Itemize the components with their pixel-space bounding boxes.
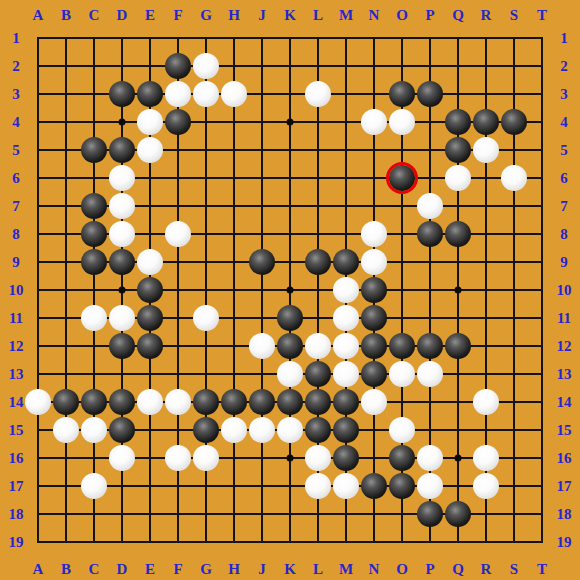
column-label-top: B bbox=[61, 8, 71, 23]
column-label-bottom: O bbox=[396, 562, 408, 577]
column-label-bottom: N bbox=[369, 562, 380, 577]
stone-black bbox=[417, 501, 443, 527]
stone-black bbox=[333, 445, 359, 471]
stone-white bbox=[109, 221, 135, 247]
row-label-left: 19 bbox=[9, 535, 24, 550]
row-label-left: 4 bbox=[12, 115, 20, 130]
stone-white bbox=[333, 473, 359, 499]
stone-black bbox=[305, 249, 331, 275]
row-label-left: 2 bbox=[12, 59, 20, 74]
stone-white bbox=[417, 473, 443, 499]
column-label-top: G bbox=[200, 8, 212, 23]
row-label-right: 12 bbox=[557, 339, 572, 354]
column-label-bottom: B bbox=[61, 562, 71, 577]
column-label-bottom: H bbox=[228, 562, 240, 577]
column-label-top: K bbox=[284, 8, 296, 23]
stone-white bbox=[277, 361, 303, 387]
stone-black bbox=[445, 501, 471, 527]
stone-black bbox=[277, 389, 303, 415]
go-board[interactable]: AABBCCDDEEFFGGHHJJKKLLMMNNOOPPQQRRSSTT11… bbox=[0, 0, 580, 580]
stone-black bbox=[109, 137, 135, 163]
stone-white bbox=[221, 81, 247, 107]
stone-white bbox=[333, 277, 359, 303]
stone-white bbox=[193, 53, 219, 79]
column-label-top: H bbox=[228, 8, 240, 23]
row-label-left: 12 bbox=[9, 339, 24, 354]
stone-black bbox=[109, 81, 135, 107]
row-label-left: 8 bbox=[12, 227, 20, 242]
row-label-right: 5 bbox=[560, 143, 568, 158]
column-label-top: R bbox=[481, 8, 492, 23]
column-label-bottom: J bbox=[258, 562, 266, 577]
stone-white bbox=[305, 81, 331, 107]
stone-white bbox=[305, 333, 331, 359]
row-label-left: 5 bbox=[12, 143, 20, 158]
stone-white bbox=[137, 137, 163, 163]
stone-white bbox=[25, 389, 51, 415]
column-label-top: L bbox=[313, 8, 323, 23]
stone-black bbox=[53, 389, 79, 415]
column-label-bottom: F bbox=[173, 562, 182, 577]
column-label-bottom: T bbox=[537, 562, 547, 577]
stone-white bbox=[249, 417, 275, 443]
stone-white bbox=[333, 305, 359, 331]
stone-white bbox=[53, 417, 79, 443]
stone-white bbox=[277, 417, 303, 443]
stone-white bbox=[109, 165, 135, 191]
column-label-bottom: A bbox=[33, 562, 44, 577]
stone-white bbox=[193, 81, 219, 107]
stone-black bbox=[361, 333, 387, 359]
stone-black bbox=[81, 221, 107, 247]
stone-white bbox=[417, 193, 443, 219]
stone-white bbox=[361, 249, 387, 275]
row-label-left: 17 bbox=[9, 479, 24, 494]
row-label-left: 7 bbox=[12, 199, 20, 214]
column-label-top: O bbox=[396, 8, 408, 23]
stone-white bbox=[473, 137, 499, 163]
stone-white bbox=[501, 165, 527, 191]
row-label-left: 16 bbox=[9, 451, 24, 466]
stone-black bbox=[165, 109, 191, 135]
stone-black bbox=[417, 221, 443, 247]
column-label-bottom: G bbox=[200, 562, 212, 577]
stone-black bbox=[81, 137, 107, 163]
stone-black bbox=[445, 333, 471, 359]
stone-white bbox=[109, 305, 135, 331]
column-label-bottom: K bbox=[284, 562, 296, 577]
stone-black bbox=[277, 305, 303, 331]
stone-white bbox=[137, 109, 163, 135]
stone-black bbox=[193, 417, 219, 443]
stone-black bbox=[361, 305, 387, 331]
row-label-right: 18 bbox=[557, 507, 572, 522]
stone-black bbox=[249, 389, 275, 415]
column-label-top: E bbox=[145, 8, 155, 23]
stone-black bbox=[109, 333, 135, 359]
stone-white bbox=[249, 333, 275, 359]
stone-black bbox=[277, 333, 303, 359]
stone-black bbox=[81, 389, 107, 415]
stone-white bbox=[305, 445, 331, 471]
stone-white bbox=[165, 445, 191, 471]
column-label-top: M bbox=[339, 8, 353, 23]
row-label-right: 2 bbox=[560, 59, 568, 74]
row-label-left: 1 bbox=[12, 31, 20, 46]
row-label-right: 8 bbox=[560, 227, 568, 242]
stone-white bbox=[165, 81, 191, 107]
column-label-top: F bbox=[173, 8, 182, 23]
stone-black bbox=[109, 249, 135, 275]
stone-white bbox=[389, 361, 415, 387]
stone-white bbox=[473, 473, 499, 499]
stone-black bbox=[137, 305, 163, 331]
star-point bbox=[287, 455, 294, 462]
stone-white bbox=[81, 473, 107, 499]
stone-white bbox=[417, 361, 443, 387]
row-label-right: 15 bbox=[557, 423, 572, 438]
row-label-left: 15 bbox=[9, 423, 24, 438]
stone-black bbox=[333, 249, 359, 275]
stone-black bbox=[445, 221, 471, 247]
row-label-left: 3 bbox=[12, 87, 20, 102]
row-label-left: 18 bbox=[9, 507, 24, 522]
row-label-left: 13 bbox=[9, 367, 24, 382]
star-point bbox=[455, 287, 462, 294]
row-label-left: 11 bbox=[9, 311, 23, 326]
stone-white bbox=[417, 445, 443, 471]
column-label-bottom: Q bbox=[452, 562, 464, 577]
column-label-top: J bbox=[258, 8, 266, 23]
stone-white bbox=[389, 417, 415, 443]
stone-white bbox=[165, 221, 191, 247]
star-point bbox=[287, 119, 294, 126]
stone-white bbox=[473, 389, 499, 415]
stone-black bbox=[361, 473, 387, 499]
stone-white bbox=[221, 417, 247, 443]
column-label-bottom: L bbox=[313, 562, 323, 577]
stone-black bbox=[389, 81, 415, 107]
stone-white bbox=[137, 249, 163, 275]
stone-white bbox=[361, 221, 387, 247]
column-label-top: A bbox=[33, 8, 44, 23]
stone-black bbox=[221, 389, 247, 415]
stone-white bbox=[361, 109, 387, 135]
stone-black bbox=[137, 333, 163, 359]
stone-black bbox=[361, 277, 387, 303]
column-label-bottom: P bbox=[425, 562, 434, 577]
stone-white bbox=[193, 445, 219, 471]
stone-black bbox=[305, 361, 331, 387]
column-label-top: S bbox=[510, 8, 518, 23]
stone-black bbox=[109, 389, 135, 415]
stone-white bbox=[109, 445, 135, 471]
row-label-right: 14 bbox=[557, 395, 572, 410]
stone-black bbox=[389, 473, 415, 499]
star-point bbox=[119, 119, 126, 126]
stone-white bbox=[305, 473, 331, 499]
stone-black bbox=[305, 389, 331, 415]
stone-black bbox=[417, 81, 443, 107]
star-point bbox=[455, 455, 462, 462]
row-label-right: 17 bbox=[557, 479, 572, 494]
stone-white bbox=[333, 333, 359, 359]
stone-black bbox=[81, 249, 107, 275]
row-label-right: 16 bbox=[557, 451, 572, 466]
star-point bbox=[119, 287, 126, 294]
column-label-top: Q bbox=[452, 8, 464, 23]
stone-black bbox=[165, 53, 191, 79]
row-label-left: 10 bbox=[9, 283, 24, 298]
row-label-left: 6 bbox=[12, 171, 20, 186]
stone-black bbox=[109, 417, 135, 443]
row-label-right: 4 bbox=[560, 115, 568, 130]
stone-white bbox=[333, 361, 359, 387]
stone-black bbox=[249, 249, 275, 275]
column-label-bottom: E bbox=[145, 562, 155, 577]
row-label-right: 19 bbox=[557, 535, 572, 550]
column-label-top: D bbox=[117, 8, 128, 23]
column-label-top: C bbox=[89, 8, 100, 23]
stone-black bbox=[417, 333, 443, 359]
stone-black bbox=[81, 193, 107, 219]
column-label-top: T bbox=[537, 8, 547, 23]
column-label-bottom: D bbox=[117, 562, 128, 577]
stone-black bbox=[137, 277, 163, 303]
column-label-top: N bbox=[369, 8, 380, 23]
star-point bbox=[287, 287, 294, 294]
stone-black bbox=[193, 389, 219, 415]
stone-white bbox=[109, 193, 135, 219]
stone-black bbox=[389, 445, 415, 471]
column-label-bottom: R bbox=[481, 562, 492, 577]
row-label-right: 6 bbox=[560, 171, 568, 186]
row-label-left: 14 bbox=[9, 395, 24, 410]
stone-white bbox=[389, 109, 415, 135]
column-label-bottom: M bbox=[339, 562, 353, 577]
stone-white bbox=[81, 417, 107, 443]
row-label-right: 13 bbox=[557, 367, 572, 382]
stone-white bbox=[193, 305, 219, 331]
last-move-marker bbox=[386, 162, 418, 194]
column-label-top: P bbox=[425, 8, 434, 23]
stone-black bbox=[473, 109, 499, 135]
stone-white bbox=[361, 389, 387, 415]
stone-white bbox=[165, 389, 191, 415]
row-label-right: 10 bbox=[557, 283, 572, 298]
stone-black bbox=[501, 109, 527, 135]
stone-black bbox=[389, 333, 415, 359]
column-label-bottom: C bbox=[89, 562, 100, 577]
stone-black bbox=[305, 417, 331, 443]
row-label-right: 11 bbox=[557, 311, 571, 326]
column-label-bottom: S bbox=[510, 562, 518, 577]
stone-black bbox=[361, 361, 387, 387]
row-label-right: 3 bbox=[560, 87, 568, 102]
stone-white bbox=[81, 305, 107, 331]
row-label-right: 7 bbox=[560, 199, 568, 214]
row-label-left: 9 bbox=[12, 255, 20, 270]
row-label-right: 1 bbox=[560, 31, 568, 46]
stone-black bbox=[333, 389, 359, 415]
stone-white bbox=[137, 389, 163, 415]
stone-black bbox=[333, 417, 359, 443]
stone-white bbox=[445, 165, 471, 191]
stone-black bbox=[445, 137, 471, 163]
stone-black bbox=[445, 109, 471, 135]
stone-black bbox=[137, 81, 163, 107]
row-label-right: 9 bbox=[560, 255, 568, 270]
stone-white bbox=[473, 445, 499, 471]
